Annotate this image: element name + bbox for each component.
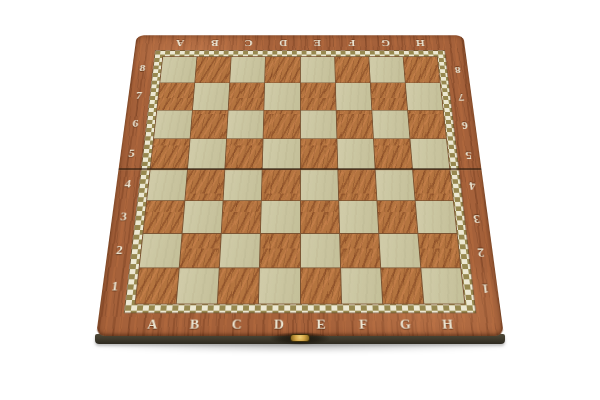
square-f6[interactable] xyxy=(336,111,373,139)
square-h4[interactable] xyxy=(413,169,453,200)
square-e8[interactable] xyxy=(300,57,334,83)
rank-label-right-4: 4 xyxy=(459,169,486,201)
file-label-bottom-f: F xyxy=(342,313,385,336)
square-c1[interactable] xyxy=(218,268,259,303)
file-label-top-e: E xyxy=(300,35,334,50)
square-g5[interactable] xyxy=(374,139,412,168)
square-d6[interactable] xyxy=(264,111,300,139)
square-c4[interactable] xyxy=(224,169,262,200)
square-c7[interactable] xyxy=(229,83,265,110)
rank-label-right-8: 8 xyxy=(446,56,470,82)
rank-label-right-7: 7 xyxy=(449,82,474,110)
square-a3[interactable] xyxy=(143,201,184,233)
file-label-top-c: C xyxy=(231,35,266,50)
square-g6[interactable] xyxy=(372,111,409,139)
square-h8[interactable] xyxy=(403,57,439,83)
square-b6[interactable] xyxy=(191,111,228,139)
file-label-bottom-h: H xyxy=(426,313,470,336)
square-d8[interactable] xyxy=(265,57,299,83)
square-b7[interactable] xyxy=(193,83,229,110)
chessboard: ABCDEFGH ABCDEFGH 87654321 87654321 xyxy=(96,35,504,336)
square-f4[interactable] xyxy=(338,169,376,200)
square-b8[interactable] xyxy=(195,57,231,83)
fold-seam xyxy=(118,168,481,170)
file-label-top-g: G xyxy=(368,35,403,50)
square-a5[interactable] xyxy=(151,139,190,168)
square-d7[interactable] xyxy=(265,83,300,110)
square-g1[interactable] xyxy=(381,268,423,303)
file-label-top-f: F xyxy=(334,35,369,50)
rank-label-right-3: 3 xyxy=(463,201,490,234)
square-g8[interactable] xyxy=(369,57,405,83)
square-c2[interactable] xyxy=(220,234,260,268)
square-h3[interactable] xyxy=(415,201,456,233)
square-h2[interactable] xyxy=(418,234,460,268)
square-e7[interactable] xyxy=(300,83,335,110)
file-label-bottom-g: G xyxy=(384,313,428,336)
dotted-frame xyxy=(124,50,477,313)
square-a4[interactable] xyxy=(147,169,187,200)
square-c6[interactable] xyxy=(227,111,264,139)
square-a8[interactable] xyxy=(160,57,196,83)
square-c5[interactable] xyxy=(226,139,263,168)
file-labels-top: ABCDEFGH xyxy=(162,35,438,50)
square-d1[interactable] xyxy=(259,268,299,303)
square-b3[interactable] xyxy=(183,201,223,233)
square-e4[interactable] xyxy=(300,169,337,200)
file-label-top-h: H xyxy=(402,35,438,50)
square-b5[interactable] xyxy=(188,139,226,168)
brass-clasp-icon xyxy=(290,334,310,342)
square-b4[interactable] xyxy=(185,169,224,200)
square-c3[interactable] xyxy=(222,201,261,233)
square-g3[interactable] xyxy=(377,201,417,233)
square-h1[interactable] xyxy=(421,268,464,303)
square-f2[interactable] xyxy=(340,234,380,268)
rank-label-right-2: 2 xyxy=(467,234,495,269)
square-c8[interactable] xyxy=(230,57,265,83)
square-b2[interactable] xyxy=(180,234,221,268)
square-e5[interactable] xyxy=(300,139,337,168)
square-a7[interactable] xyxy=(157,83,194,110)
photo-background: ABCDEFGH ABCDEFGH 87654321 87654321 xyxy=(0,0,600,400)
square-a1[interactable] xyxy=(136,268,179,303)
square-g7[interactable] xyxy=(371,83,407,110)
rank-label-right-6: 6 xyxy=(452,110,477,139)
square-d5[interactable] xyxy=(263,139,300,168)
square-d2[interactable] xyxy=(260,234,299,268)
rank-label-right-1: 1 xyxy=(471,269,500,306)
square-f7[interactable] xyxy=(335,83,371,110)
square-e1[interactable] xyxy=(300,268,340,303)
file-label-top-d: D xyxy=(266,35,300,50)
square-a2[interactable] xyxy=(140,234,182,268)
rank-label-right-5: 5 xyxy=(456,139,482,169)
square-f1[interactable] xyxy=(341,268,382,303)
square-d3[interactable] xyxy=(261,201,299,233)
file-label-top-b: B xyxy=(197,35,232,50)
board-grid xyxy=(135,56,466,304)
file-label-bottom-b: B xyxy=(173,313,217,336)
file-label-bottom-c: C xyxy=(215,313,258,336)
square-b1[interactable] xyxy=(177,268,219,303)
square-f8[interactable] xyxy=(335,57,370,83)
square-e3[interactable] xyxy=(300,201,338,233)
square-f5[interactable] xyxy=(337,139,374,168)
square-g2[interactable] xyxy=(379,234,420,268)
square-d4[interactable] xyxy=(262,169,299,200)
square-f3[interactable] xyxy=(339,201,378,233)
square-a6[interactable] xyxy=(154,111,192,139)
square-g4[interactable] xyxy=(375,169,414,200)
square-h7[interactable] xyxy=(406,83,443,110)
file-label-top-a: A xyxy=(162,35,198,50)
square-e6[interactable] xyxy=(300,111,336,139)
square-h6[interactable] xyxy=(408,111,446,139)
square-h5[interactable] xyxy=(410,139,449,168)
chessboard-scene: ABCDEFGH ABCDEFGH 87654321 87654321 xyxy=(96,35,504,336)
square-e2[interactable] xyxy=(300,234,339,268)
file-label-bottom-a: A xyxy=(130,313,174,336)
